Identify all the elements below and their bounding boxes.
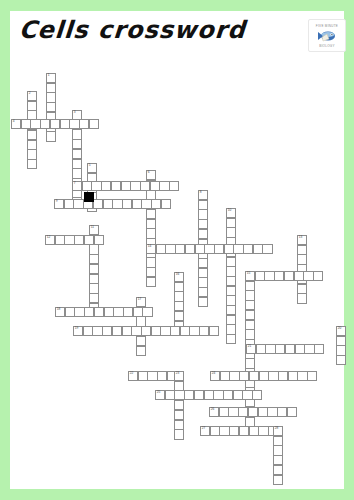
crossword-cell[interactable] [136,346,146,356]
word-27-across: 27 [200,426,278,436]
clue-number: 20 [338,327,342,331]
clue-number: 8 [200,191,202,195]
clue-number: 26 [211,408,215,412]
clue-number: 5 [89,164,91,168]
clue-number: 11 [91,226,94,230]
crossword-cell[interactable] [94,235,104,245]
clue-number: 3 [74,111,76,115]
crossword-cell[interactable] [169,181,179,191]
clue-number: 9 [56,200,58,204]
word-14-across: 14 [146,244,273,254]
crossword-cell[interactable] [297,293,307,303]
clue-number: 18 [57,308,61,312]
clue-number: 27 [202,427,206,431]
worksheet-page: { "page": { "title": "Cells crossword", … [0,0,354,500]
clue-number: 24 [212,372,216,376]
clue-number: 15 [247,272,251,276]
word-13-down: 13 [297,235,307,304]
crossword-cell[interactable] [161,199,171,209]
word-20-down: 20 [336,326,346,365]
word-12-across: 12 [45,235,104,245]
word-28-down: 28 [273,426,283,485]
crossword-cell[interactable] [174,429,184,439]
clue-number: 28 [275,427,279,431]
crossword-cell[interactable] [336,355,346,365]
crossword-cell[interactable] [142,307,152,317]
crossword-cell[interactable] [89,119,99,129]
word-25-across: 25 [155,390,262,400]
word-26-across: 26 [209,407,297,417]
clue-number: 16 [176,273,180,277]
word-21-across: 21 [246,344,324,354]
crossword-cell[interactable] [209,326,219,336]
word-1-down: 1 [46,73,56,142]
clue-number: 2 [29,92,31,96]
word-19-across: 19 [73,326,219,336]
crossword-cell[interactable] [46,131,56,141]
word-22-across: 22 [128,371,177,381]
clue-number: 25 [157,391,161,395]
clue-number: 14 [148,245,152,249]
crossword-cell[interactable] [198,297,208,307]
clue-number: 17 [138,298,142,302]
crossword-cell[interactable] [252,390,262,400]
clue-number: 7 [74,182,76,186]
word-2-down: 2 [27,91,37,169]
crossword-board: 1234567891011121314151516171819202122232… [0,0,354,500]
crossword-cell[interactable] [307,371,317,381]
word-9-across: 9 [54,199,171,209]
crossword-cell[interactable] [314,344,324,354]
clue-number: 22 [130,372,134,376]
clue-number: 19 [75,327,79,331]
clue-number: 10 [228,209,232,213]
word-24-across: 24 [210,371,317,381]
crossword-cell[interactable] [146,277,156,287]
crossword-cell[interactable] [273,475,283,485]
word-10-down: 10 [226,208,236,344]
crossword-cell[interactable] [287,407,297,417]
clue-number: 12 [47,236,51,240]
clue-number: 13 [299,236,303,240]
crossword-cell[interactable] [27,159,37,169]
word-23-down: 23 [174,371,184,440]
clue-number: 21 [248,345,252,349]
word-16-down: 16 [174,272,184,331]
word-15-across: 15 [245,271,323,281]
word-18-across: 18 [55,307,153,317]
word-7-across: 7 [72,181,179,191]
black-cell [84,192,94,202]
crossword-cell[interactable] [226,334,236,344]
clue-number: 6 [148,171,150,175]
word-4-across: 4 [11,119,99,129]
clue-number: 4 [13,120,15,124]
crossword-cell[interactable] [262,244,272,254]
crossword-cell[interactable] [313,271,323,281]
clue-number: 23 [176,372,180,376]
clue-number: 1 [48,74,50,78]
